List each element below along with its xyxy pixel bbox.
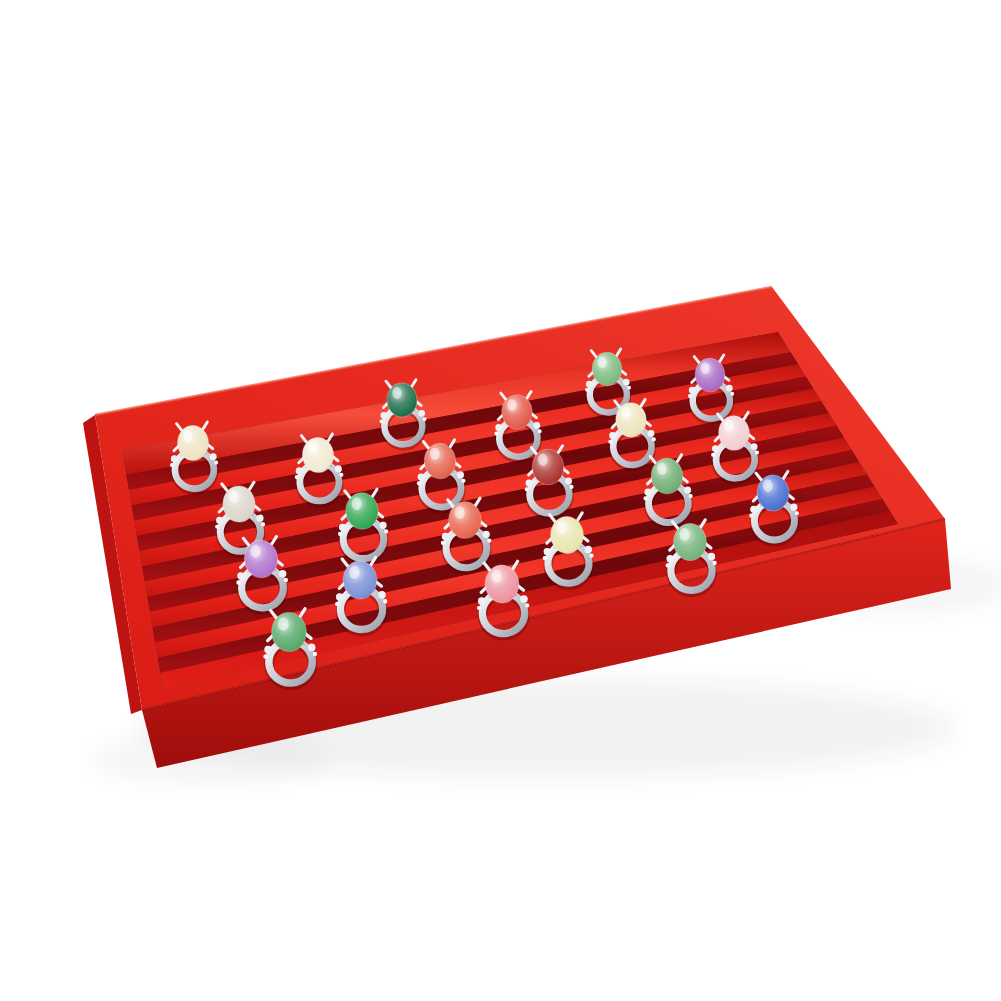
ring-tray-illustration: [0, 0, 1001, 1001]
product-photo-scene: [0, 0, 1001, 1001]
